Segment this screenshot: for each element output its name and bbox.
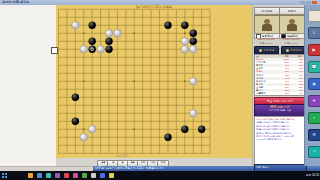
white-player-avatar <box>254 15 280 34</box>
move-info: 수순 152 <box>116 154 127 158</box>
broadcast-icon[interactable]: ▶ <box>308 44 320 56</box>
taskbar-app-icon[interactable] <box>46 173 51 178</box>
stone-black <box>88 38 95 45</box>
stone-black <box>164 22 171 29</box>
minimize-button[interactable]: ─ <box>300 1 305 4</box>
hoshi-dot <box>133 128 135 130</box>
coin-icon <box>259 49 263 53</box>
hoshi-dot <box>83 128 85 130</box>
stone-white <box>181 38 188 45</box>
stone-black <box>105 38 112 45</box>
shop-icon[interactable]: ＋ <box>308 112 320 124</box>
stone-black <box>198 126 205 133</box>
taskbar-app-icon[interactable] <box>91 173 96 178</box>
stone-white <box>190 78 197 85</box>
tab-spectators[interactable]: 관전자 <box>279 7 305 15</box>
taskbar-app-icon[interactable] <box>64 173 69 178</box>
stone-black <box>72 118 79 125</box>
left-panel <box>0 5 57 166</box>
stone-black <box>190 30 197 37</box>
spectator-table[interactable]: ID베팅점수천지인1530920바둑사랑1200850돌부처990810초일류9… <box>254 54 306 96</box>
hoshi-dot <box>133 32 135 34</box>
chat-line: 흑 152수 진행중입니다. <box>256 138 306 141</box>
hoshi-dot <box>184 80 186 82</box>
stone-black <box>190 38 197 45</box>
stone-black <box>181 126 188 133</box>
taskbar-app-icon[interactable] <box>28 173 33 178</box>
stone-white <box>80 46 87 53</box>
globe-icon[interactable]: ◉ <box>308 78 320 90</box>
stone-black <box>181 22 188 29</box>
chat-icon[interactable]: 💬 <box>308 61 320 73</box>
taskbar-app-icon[interactable] <box>100 173 105 178</box>
taskbar-app-icon[interactable] <box>37 173 42 178</box>
settings-icon[interactable]: ⚙ <box>308 129 320 141</box>
stone-white <box>97 46 104 53</box>
hoshi-dot <box>83 32 85 34</box>
chat-panel[interactable]: [공지] 매너있는 대국 부탁드립니다.[알림] 대국이 시작되었습니다.청풍(… <box>254 116 308 167</box>
taskbar: 오후 10:15 <box>0 171 320 180</box>
go-board-panel: [속기대국] 흑 152수 진행중 <box>56 5 252 158</box>
stone-white <box>190 46 197 53</box>
spectator-row[interactable]: 사활문제500490 <box>255 92 305 95</box>
stone-white <box>80 134 87 141</box>
stone-black <box>72 94 79 101</box>
system-tray-clock: 오후 10:15 <box>306 171 319 180</box>
taskbar-app-icon[interactable] <box>82 173 87 178</box>
stone-black <box>105 46 112 53</box>
help-icon[interactable]: ? <box>308 146 320 158</box>
vs-label: vs <box>276 48 282 51</box>
black-player-stats: 1488승 1265패승률 54.1% <box>279 38 303 45</box>
tab-game-info[interactable]: 대국정보 <box>254 7 280 15</box>
gift-icon[interactable]: ✦ <box>308 95 320 107</box>
stone-white <box>105 30 112 37</box>
go-board[interactable] <box>56 5 252 158</box>
taskbar-app-icon[interactable] <box>109 173 114 178</box>
profile-icon[interactable] <box>308 10 320 22</box>
side-toolbar: ≡▶💬◉✦＋⚙? <box>304 5 320 166</box>
ad-sub: 바둑학원 오픈 기념 <box>255 109 305 112</box>
hoshi-dot <box>133 80 135 82</box>
black-player-avatar <box>279 15 305 34</box>
cursor-marker <box>51 47 58 54</box>
close-button[interactable]: × <box>312 1 317 4</box>
taskbar-app-icon[interactable] <box>55 173 60 178</box>
stone-black <box>88 46 95 53</box>
white-player-stats: 1520승 1301패승률 53.9% <box>254 38 278 45</box>
right-panel: 대국정보 관전자 청풍(6단) 명월(6단) 1520승 1301패승률 53.… <box>252 5 305 166</box>
hoshi-dot <box>184 32 186 34</box>
stone-black <box>88 22 95 29</box>
taskbar-app-icon[interactable] <box>73 173 78 178</box>
stone-white <box>181 46 188 53</box>
stone-black <box>164 134 171 141</box>
stone-white <box>190 110 197 117</box>
start-button[interactable] <box>2 173 7 178</box>
coin-icon <box>286 49 290 53</box>
rank-icon[interactable]: ≡ <box>308 27 320 39</box>
maximize-button[interactable]: □ <box>306 1 311 4</box>
board-control-strip: 수순 152 ◀◀◀▶▶▶전체대화저장 <box>56 158 252 166</box>
stone-white <box>72 22 79 29</box>
stone-white <box>88 126 95 133</box>
stone-white <box>114 30 121 37</box>
hoshi-dot <box>83 80 85 82</box>
